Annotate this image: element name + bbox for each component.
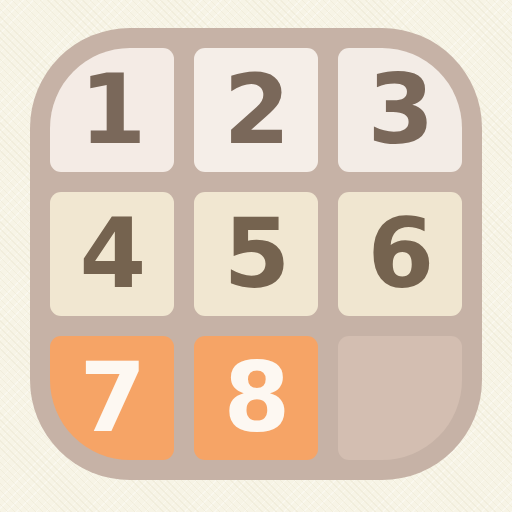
empty-cell [338, 336, 462, 460]
tile-7[interactable]: 7 [50, 336, 174, 460]
tile-5[interactable]: 5 [194, 192, 318, 316]
tile-2[interactable]: 2 [194, 48, 318, 172]
puzzle-app-icon[interactable]: 1 2 3 4 5 6 7 8 [30, 28, 482, 480]
tile-3[interactable]: 3 [338, 48, 462, 172]
tile-8[interactable]: 8 [194, 336, 318, 460]
puzzle-grid: 1 2 3 4 5 6 7 8 [50, 48, 462, 460]
tile-1[interactable]: 1 [50, 48, 174, 172]
tile-4[interactable]: 4 [50, 192, 174, 316]
tile-6[interactable]: 6 [338, 192, 462, 316]
